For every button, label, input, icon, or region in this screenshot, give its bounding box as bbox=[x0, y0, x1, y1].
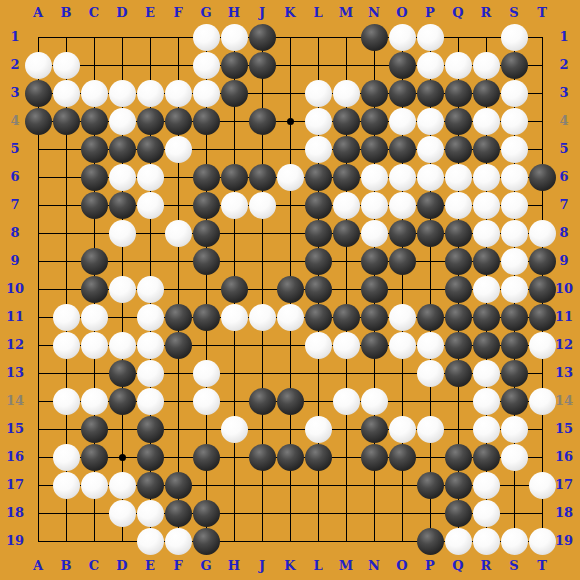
black-stone-r11 bbox=[473, 304, 500, 331]
white-stone-d8 bbox=[109, 220, 136, 247]
col-label-bottom-e: E bbox=[145, 559, 155, 573]
white-stone-r13 bbox=[473, 360, 500, 387]
black-stone-s2 bbox=[501, 52, 528, 79]
black-stone-t6 bbox=[529, 164, 556, 191]
white-stone-e14 bbox=[137, 388, 164, 415]
white-stone-t12 bbox=[529, 332, 556, 359]
black-stone-s14 bbox=[501, 388, 528, 415]
row-label-right-14: 14 bbox=[555, 394, 573, 408]
black-stone-n10 bbox=[361, 276, 388, 303]
black-stone-j2 bbox=[249, 52, 276, 79]
white-stone-s3 bbox=[501, 80, 528, 107]
black-stone-f18 bbox=[165, 500, 192, 527]
col-label-top-s: S bbox=[509, 6, 518, 20]
white-stone-n7 bbox=[361, 192, 388, 219]
black-stone-c10 bbox=[81, 276, 108, 303]
white-stone-s4 bbox=[501, 108, 528, 135]
white-stone-d12 bbox=[109, 332, 136, 359]
black-stone-q10 bbox=[445, 276, 472, 303]
white-stone-j11 bbox=[249, 304, 276, 331]
black-stone-j14 bbox=[249, 388, 276, 415]
white-stone-m14 bbox=[333, 388, 360, 415]
white-stone-o7 bbox=[389, 192, 416, 219]
col-label-bottom-a: A bbox=[33, 559, 43, 573]
black-stone-m4 bbox=[333, 108, 360, 135]
white-stone-m7 bbox=[333, 192, 360, 219]
black-stone-p8 bbox=[417, 220, 444, 247]
black-stone-d5 bbox=[109, 136, 136, 163]
black-stone-q12 bbox=[445, 332, 472, 359]
black-stone-d14 bbox=[109, 388, 136, 415]
col-label-bottom-m: M bbox=[339, 559, 353, 573]
row-label-left-3: 3 bbox=[10, 86, 19, 100]
white-stone-r8 bbox=[473, 220, 500, 247]
black-stone-c4 bbox=[81, 108, 108, 135]
row-label-left-8: 8 bbox=[10, 226, 19, 240]
black-stone-m6 bbox=[333, 164, 360, 191]
black-stone-n9 bbox=[361, 248, 388, 275]
col-label-top-p: P bbox=[425, 6, 435, 20]
white-stone-l3 bbox=[305, 80, 332, 107]
white-stone-t19 bbox=[529, 528, 556, 555]
black-stone-n4 bbox=[361, 108, 388, 135]
white-stone-f8 bbox=[165, 220, 192, 247]
white-stone-e10 bbox=[137, 276, 164, 303]
black-stone-n3 bbox=[361, 80, 388, 107]
col-label-bottom-r: R bbox=[481, 559, 492, 573]
black-stone-q4 bbox=[445, 108, 472, 135]
col-label-top-o: O bbox=[396, 6, 407, 20]
white-stone-e18 bbox=[137, 500, 164, 527]
black-stone-e4 bbox=[137, 108, 164, 135]
row-label-right-15: 15 bbox=[555, 422, 573, 436]
col-label-bottom-s: S bbox=[509, 559, 518, 573]
row-label-left-5: 5 bbox=[10, 142, 19, 156]
black-stone-e5 bbox=[137, 136, 164, 163]
row-label-right-3: 3 bbox=[559, 86, 568, 100]
row-label-right-18: 18 bbox=[555, 506, 573, 520]
white-stone-e6 bbox=[137, 164, 164, 191]
white-stone-p5 bbox=[417, 136, 444, 163]
black-stone-q3 bbox=[445, 80, 472, 107]
white-stone-b2 bbox=[53, 52, 80, 79]
black-stone-e17 bbox=[137, 472, 164, 499]
white-stone-b17 bbox=[53, 472, 80, 499]
white-stone-e7 bbox=[137, 192, 164, 219]
white-stone-p12 bbox=[417, 332, 444, 359]
col-label-bottom-k: K bbox=[284, 559, 295, 573]
black-stone-l9 bbox=[305, 248, 332, 275]
col-label-top-h: H bbox=[228, 6, 240, 20]
row-label-left-10: 10 bbox=[6, 282, 24, 296]
white-stone-g14 bbox=[193, 388, 220, 415]
black-stone-t10 bbox=[529, 276, 556, 303]
col-label-bottom-n: N bbox=[368, 559, 380, 573]
white-stone-b3 bbox=[53, 80, 80, 107]
col-label-bottom-d: D bbox=[116, 559, 127, 573]
black-stone-c16 bbox=[81, 444, 108, 471]
white-stone-s10 bbox=[501, 276, 528, 303]
col-label-bottom-l: L bbox=[313, 559, 322, 573]
go-board-app: ABCDEFGHJKLMNOPQRST ABCDEFGHJKLMNOPQRST … bbox=[0, 0, 580, 580]
col-label-bottom-c: C bbox=[89, 559, 99, 573]
black-stone-m11 bbox=[333, 304, 360, 331]
black-stone-q8 bbox=[445, 220, 472, 247]
white-stone-o11 bbox=[389, 304, 416, 331]
white-stone-o12 bbox=[389, 332, 416, 359]
white-stone-a2 bbox=[25, 52, 52, 79]
white-stone-r17 bbox=[473, 472, 500, 499]
row-label-left-12: 12 bbox=[6, 338, 24, 352]
row-label-right-17: 17 bbox=[555, 478, 573, 492]
black-stone-l10 bbox=[305, 276, 332, 303]
black-stone-h3 bbox=[221, 80, 248, 107]
black-stone-q17 bbox=[445, 472, 472, 499]
black-stone-o9 bbox=[389, 248, 416, 275]
row-label-left-6: 6 bbox=[10, 170, 19, 184]
white-stone-g2 bbox=[193, 52, 220, 79]
white-stone-b14 bbox=[53, 388, 80, 415]
white-stone-c14 bbox=[81, 388, 108, 415]
black-stone-l7 bbox=[305, 192, 332, 219]
black-stone-t11 bbox=[529, 304, 556, 331]
white-stone-l4 bbox=[305, 108, 332, 135]
white-stone-d4 bbox=[109, 108, 136, 135]
white-stone-n6 bbox=[361, 164, 388, 191]
row-label-left-15: 15 bbox=[6, 422, 24, 436]
white-stone-g1 bbox=[193, 24, 220, 51]
white-stone-c17 bbox=[81, 472, 108, 499]
black-stone-j4 bbox=[249, 108, 276, 135]
white-stone-l5 bbox=[305, 136, 332, 163]
star-point-d16 bbox=[119, 454, 126, 461]
white-stone-r2 bbox=[473, 52, 500, 79]
white-stone-e11 bbox=[137, 304, 164, 331]
white-stone-d18 bbox=[109, 500, 136, 527]
col-label-bottom-j: J bbox=[259, 559, 265, 573]
row-label-right-11: 11 bbox=[555, 310, 573, 324]
row-label-right-16: 16 bbox=[555, 450, 573, 464]
black-stone-o3 bbox=[389, 80, 416, 107]
black-stone-j16 bbox=[249, 444, 276, 471]
white-stone-l12 bbox=[305, 332, 332, 359]
black-stone-l6 bbox=[305, 164, 332, 191]
col-label-top-r: R bbox=[481, 6, 492, 20]
col-label-top-d: D bbox=[116, 6, 127, 20]
white-stone-d10 bbox=[109, 276, 136, 303]
white-stone-p6 bbox=[417, 164, 444, 191]
black-stone-o2 bbox=[389, 52, 416, 79]
col-label-top-l: L bbox=[313, 6, 322, 20]
white-stone-k11 bbox=[277, 304, 304, 331]
black-stone-g4 bbox=[193, 108, 220, 135]
col-label-bottom-f: F bbox=[173, 559, 182, 573]
white-stone-p4 bbox=[417, 108, 444, 135]
black-stone-m5 bbox=[333, 136, 360, 163]
row-label-left-19: 19 bbox=[6, 534, 24, 548]
black-stone-p7 bbox=[417, 192, 444, 219]
row-label-right-2: 2 bbox=[559, 58, 568, 72]
white-stone-s1 bbox=[501, 24, 528, 51]
white-stone-o15 bbox=[389, 416, 416, 443]
white-stone-o6 bbox=[389, 164, 416, 191]
black-stone-a3 bbox=[25, 80, 52, 107]
row-label-left-1: 1 bbox=[10, 30, 19, 44]
black-stone-j1 bbox=[249, 24, 276, 51]
white-stone-o1 bbox=[389, 24, 416, 51]
black-stone-c5 bbox=[81, 136, 108, 163]
white-stone-d3 bbox=[109, 80, 136, 107]
white-stone-r10 bbox=[473, 276, 500, 303]
white-stone-q7 bbox=[445, 192, 472, 219]
black-stone-s11 bbox=[501, 304, 528, 331]
white-stone-j7 bbox=[249, 192, 276, 219]
row-label-right-8: 8 bbox=[559, 226, 568, 240]
row-label-left-9: 9 bbox=[10, 254, 19, 268]
col-label-bottom-o: O bbox=[396, 559, 407, 573]
black-stone-o5 bbox=[389, 136, 416, 163]
row-label-right-5: 5 bbox=[559, 142, 568, 156]
black-stone-c9 bbox=[81, 248, 108, 275]
col-label-top-n: N bbox=[368, 6, 380, 20]
col-label-bottom-g: G bbox=[200, 559, 211, 573]
white-stone-d6 bbox=[109, 164, 136, 191]
col-label-top-f: F bbox=[173, 6, 182, 20]
black-stone-e16 bbox=[137, 444, 164, 471]
row-label-right-10: 10 bbox=[555, 282, 573, 296]
white-stone-h15 bbox=[221, 416, 248, 443]
col-label-top-t: T bbox=[537, 6, 547, 20]
black-stone-l11 bbox=[305, 304, 332, 331]
white-stone-s6 bbox=[501, 164, 528, 191]
black-stone-s12 bbox=[501, 332, 528, 359]
white-stone-e13 bbox=[137, 360, 164, 387]
row-label-left-18: 18 bbox=[6, 506, 24, 520]
col-label-top-e: E bbox=[145, 6, 155, 20]
black-stone-f4 bbox=[165, 108, 192, 135]
black-stone-m8 bbox=[333, 220, 360, 247]
black-stone-g8 bbox=[193, 220, 220, 247]
white-stone-s9 bbox=[501, 248, 528, 275]
black-stone-g6 bbox=[193, 164, 220, 191]
black-stone-g19 bbox=[193, 528, 220, 555]
row-label-right-19: 19 bbox=[555, 534, 573, 548]
black-stone-t9 bbox=[529, 248, 556, 275]
black-stone-f12 bbox=[165, 332, 192, 359]
col-label-bottom-q: Q bbox=[452, 559, 463, 573]
white-stone-q2 bbox=[445, 52, 472, 79]
black-stone-g16 bbox=[193, 444, 220, 471]
white-stone-r18 bbox=[473, 500, 500, 527]
black-stone-l8 bbox=[305, 220, 332, 247]
white-stone-q6 bbox=[445, 164, 472, 191]
black-stone-q18 bbox=[445, 500, 472, 527]
white-stone-m3 bbox=[333, 80, 360, 107]
white-stone-r19 bbox=[473, 528, 500, 555]
white-stone-r6 bbox=[473, 164, 500, 191]
col-label-top-a: A bbox=[33, 6, 43, 20]
black-stone-p11 bbox=[417, 304, 444, 331]
black-stone-k16 bbox=[277, 444, 304, 471]
black-stone-r9 bbox=[473, 248, 500, 275]
white-stone-b11 bbox=[53, 304, 80, 331]
col-label-top-m: M bbox=[339, 6, 353, 20]
grid-line-horizontal bbox=[38, 429, 543, 430]
white-stone-c11 bbox=[81, 304, 108, 331]
white-stone-p15 bbox=[417, 416, 444, 443]
col-label-bottom-b: B bbox=[61, 559, 72, 573]
white-stone-f3 bbox=[165, 80, 192, 107]
col-label-bottom-t: T bbox=[537, 559, 547, 573]
white-stone-k6 bbox=[277, 164, 304, 191]
black-stone-r16 bbox=[473, 444, 500, 471]
white-stone-t8 bbox=[529, 220, 556, 247]
black-stone-c15 bbox=[81, 416, 108, 443]
black-stone-h10 bbox=[221, 276, 248, 303]
black-stone-n12 bbox=[361, 332, 388, 359]
white-stone-g3 bbox=[193, 80, 220, 107]
col-label-top-c: C bbox=[89, 6, 99, 20]
white-stone-r15 bbox=[473, 416, 500, 443]
black-stone-j6 bbox=[249, 164, 276, 191]
white-stone-s16 bbox=[501, 444, 528, 471]
row-label-right-13: 13 bbox=[555, 366, 573, 380]
row-label-right-1: 1 bbox=[559, 30, 568, 44]
black-stone-a4 bbox=[25, 108, 52, 135]
white-stone-t17 bbox=[529, 472, 556, 499]
black-stone-q9 bbox=[445, 248, 472, 275]
white-stone-r4 bbox=[473, 108, 500, 135]
white-stone-e3 bbox=[137, 80, 164, 107]
black-stone-r3 bbox=[473, 80, 500, 107]
white-stone-c3 bbox=[81, 80, 108, 107]
white-stone-e19 bbox=[137, 528, 164, 555]
row-label-left-7: 7 bbox=[10, 198, 19, 212]
black-stone-n11 bbox=[361, 304, 388, 331]
black-stone-q13 bbox=[445, 360, 472, 387]
black-stone-o16 bbox=[389, 444, 416, 471]
white-stone-p1 bbox=[417, 24, 444, 51]
white-stone-h1 bbox=[221, 24, 248, 51]
black-stone-f17 bbox=[165, 472, 192, 499]
white-stone-s19 bbox=[501, 528, 528, 555]
white-stone-s8 bbox=[501, 220, 528, 247]
col-label-top-j: J bbox=[259, 6, 265, 20]
black-stone-n15 bbox=[361, 416, 388, 443]
white-stone-b16 bbox=[53, 444, 80, 471]
white-stone-e12 bbox=[137, 332, 164, 359]
black-stone-s13 bbox=[501, 360, 528, 387]
row-label-left-2: 2 bbox=[10, 58, 19, 72]
white-stone-g13 bbox=[193, 360, 220, 387]
black-stone-p3 bbox=[417, 80, 444, 107]
white-stone-l15 bbox=[305, 416, 332, 443]
row-label-left-17: 17 bbox=[6, 478, 24, 492]
row-label-left-11: 11 bbox=[6, 310, 24, 324]
white-stone-c12 bbox=[81, 332, 108, 359]
white-stone-p2 bbox=[417, 52, 444, 79]
white-stone-h7 bbox=[221, 192, 248, 219]
black-stone-p19 bbox=[417, 528, 444, 555]
white-stone-q19 bbox=[445, 528, 472, 555]
black-stone-n1 bbox=[361, 24, 388, 51]
black-stone-g9 bbox=[193, 248, 220, 275]
white-stone-t14 bbox=[529, 388, 556, 415]
white-stone-b12 bbox=[53, 332, 80, 359]
white-stone-f19 bbox=[165, 528, 192, 555]
white-stone-s15 bbox=[501, 416, 528, 443]
black-stone-p17 bbox=[417, 472, 444, 499]
white-stone-r7 bbox=[473, 192, 500, 219]
white-stone-n8 bbox=[361, 220, 388, 247]
black-stone-n16 bbox=[361, 444, 388, 471]
row-label-right-4: 4 bbox=[559, 114, 568, 128]
row-label-right-6: 6 bbox=[559, 170, 568, 184]
col-label-top-g: G bbox=[200, 6, 211, 20]
black-stone-h2 bbox=[221, 52, 248, 79]
black-stone-g7 bbox=[193, 192, 220, 219]
white-stone-m12 bbox=[333, 332, 360, 359]
black-stone-h6 bbox=[221, 164, 248, 191]
black-stone-e15 bbox=[137, 416, 164, 443]
black-stone-c7 bbox=[81, 192, 108, 219]
black-stone-q16 bbox=[445, 444, 472, 471]
col-label-top-b: B bbox=[61, 6, 72, 20]
black-stone-r12 bbox=[473, 332, 500, 359]
white-stone-d17 bbox=[109, 472, 136, 499]
col-label-top-k: K bbox=[284, 6, 295, 20]
row-label-right-9: 9 bbox=[559, 254, 568, 268]
row-label-right-12: 12 bbox=[555, 338, 573, 352]
white-stone-n14 bbox=[361, 388, 388, 415]
black-stone-g11 bbox=[193, 304, 220, 331]
row-label-left-13: 13 bbox=[6, 366, 24, 380]
black-stone-d13 bbox=[109, 360, 136, 387]
black-stone-d7 bbox=[109, 192, 136, 219]
white-stone-s5 bbox=[501, 136, 528, 163]
black-stone-c6 bbox=[81, 164, 108, 191]
white-stone-f5 bbox=[165, 136, 192, 163]
col-label-bottom-p: P bbox=[425, 559, 435, 573]
black-stone-g18 bbox=[193, 500, 220, 527]
star-point-k4 bbox=[287, 118, 294, 125]
white-stone-h11 bbox=[221, 304, 248, 331]
black-stone-k14 bbox=[277, 388, 304, 415]
row-label-left-14: 14 bbox=[6, 394, 24, 408]
white-stone-r14 bbox=[473, 388, 500, 415]
row-label-right-7: 7 bbox=[559, 198, 568, 212]
black-stone-r5 bbox=[473, 136, 500, 163]
black-stone-q11 bbox=[445, 304, 472, 331]
white-stone-s7 bbox=[501, 192, 528, 219]
black-stone-l16 bbox=[305, 444, 332, 471]
black-stone-f11 bbox=[165, 304, 192, 331]
col-label-top-q: Q bbox=[452, 6, 463, 20]
row-label-left-4: 4 bbox=[10, 114, 19, 128]
white-stone-p13 bbox=[417, 360, 444, 387]
white-stone-o4 bbox=[389, 108, 416, 135]
row-label-left-16: 16 bbox=[6, 450, 24, 464]
black-stone-n5 bbox=[361, 136, 388, 163]
black-stone-b4 bbox=[53, 108, 80, 135]
black-stone-o8 bbox=[389, 220, 416, 247]
col-label-bottom-h: H bbox=[228, 559, 240, 573]
black-stone-k10 bbox=[277, 276, 304, 303]
black-stone-q5 bbox=[445, 136, 472, 163]
